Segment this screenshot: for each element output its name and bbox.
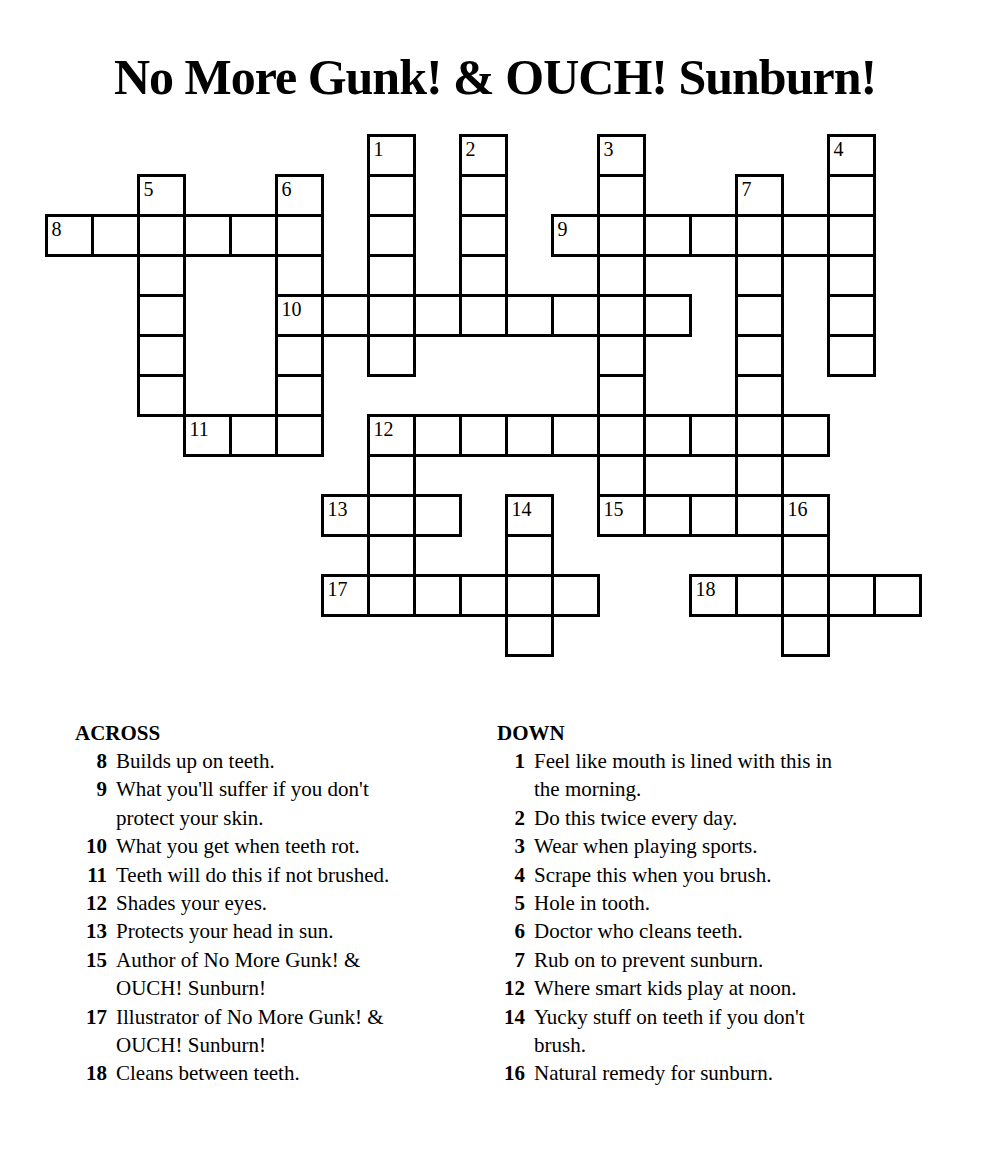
clue-across-18: 18Cleans between teeth. — [72, 1059, 389, 1087]
grid-cell[interactable] — [275, 374, 324, 417]
grid-cell[interactable] — [367, 174, 416, 217]
grid-cell[interactable] — [367, 574, 416, 617]
grid-cell[interactable] — [597, 214, 646, 257]
grid-cell[interactable] — [827, 334, 876, 377]
grid-cell[interactable] — [689, 214, 738, 257]
clue-number: 15 — [72, 946, 107, 974]
grid-cell[interactable] — [827, 574, 876, 617]
clue-down-6: 6Doctor who cleans teeth. — [490, 917, 832, 945]
grid-cell[interactable] — [91, 214, 140, 257]
clue-number: 11 — [72, 861, 107, 889]
grid-cell[interactable] — [459, 254, 508, 297]
clue-text: What you get when teeth rot. — [116, 832, 360, 860]
across-header: ACROSS — [75, 719, 389, 747]
grid-cell[interactable] — [137, 254, 186, 297]
clue-across-17: 17Illustrator of No More Gunk! & OUCH! S… — [72, 1003, 389, 1060]
clue-down-4: 4Scrape this when you brush. — [490, 861, 832, 889]
grid-cell[interactable] — [735, 414, 784, 457]
clue-number: 5 — [490, 889, 525, 917]
clue-number: 1 — [490, 747, 525, 775]
grid-cell[interactable] — [597, 174, 646, 217]
grid-cell[interactable] — [413, 574, 462, 617]
clue-number: 16 — [490, 1059, 525, 1087]
clue-text: What you'll suffer if you don't protect … — [116, 775, 369, 832]
grid-cell[interactable] — [827, 294, 876, 337]
grid-cell[interactable] — [689, 414, 738, 457]
clue-down-16: 16Natural remedy for sunburn. — [490, 1059, 832, 1087]
clue-across-11: 11Teeth will do this if not brushed. — [72, 861, 389, 889]
grid-cell[interactable] — [781, 534, 830, 577]
clue-number: 10 — [72, 832, 107, 860]
grid-cell[interactable] — [597, 454, 646, 497]
grid-cell[interactable] — [367, 454, 416, 497]
grid-cell[interactable] — [367, 534, 416, 577]
grid-cell[interactable] — [551, 414, 600, 457]
grid-cell[interactable] — [321, 294, 370, 337]
grid-cell[interactable] — [597, 254, 646, 297]
crossword-grid: 123456789101112131415161718 — [46, 135, 920, 655]
grid-cell-number: 2 — [466, 137, 476, 161]
grid-cell[interactable]: 17 — [321, 574, 370, 617]
clue-text: Hole in tooth. — [534, 889, 650, 917]
grid-cell-number: 7 — [742, 177, 752, 201]
grid-cell[interactable] — [137, 374, 186, 417]
clue-text: Protects your head in sun. — [116, 917, 334, 945]
grid-cell[interactable] — [459, 174, 508, 217]
grid-cell[interactable] — [459, 294, 508, 337]
grid-cell[interactable]: 12 — [367, 414, 416, 457]
clue-across-13: 13Protects your head in sun. — [72, 917, 389, 945]
puzzle-title: No More Gunk! & OUCH! Sunburn! — [0, 48, 990, 106]
grid-cell[interactable] — [735, 374, 784, 417]
grid-cell[interactable] — [275, 414, 324, 457]
across-list: 8Builds up on teeth.9What you'll suffer … — [72, 747, 389, 1088]
clue-text: Feel like mouth is lined with this in th… — [534, 747, 832, 804]
grid-cell-number: 18 — [696, 577, 716, 601]
clue-number: 9 — [72, 775, 107, 803]
clue-text: Builds up on teeth. — [116, 747, 275, 775]
grid-cell-number: 14 — [512, 497, 532, 521]
grid-cell[interactable] — [137, 214, 186, 257]
grid-cell-number: 1 — [374, 137, 384, 161]
grid-cell[interactable] — [367, 294, 416, 337]
grid-cell-number: 5 — [144, 177, 154, 201]
grid-cell[interactable] — [689, 494, 738, 537]
clue-down-12: 12Where smart kids play at noon. — [490, 974, 832, 1002]
down-header: DOWN — [497, 719, 832, 747]
grid-cell[interactable] — [137, 294, 186, 337]
grid-cell[interactable]: 14 — [505, 494, 554, 537]
crossword-page: No More Gunk! & OUCH! Sunburn! 123456789… — [0, 0, 990, 1175]
grid-cell[interactable] — [275, 334, 324, 377]
clue-number: 12 — [490, 974, 525, 1002]
grid-cell[interactable] — [735, 334, 784, 377]
grid-cell[interactable]: 15 — [597, 494, 646, 537]
grid-cell[interactable] — [735, 294, 784, 337]
grid-cell[interactable] — [459, 214, 508, 257]
grid-cell[interactable] — [459, 414, 508, 457]
grid-cell[interactable]: 8 — [45, 214, 94, 257]
grid-cell[interactable] — [735, 574, 784, 617]
grid-cell[interactable] — [183, 214, 232, 257]
grid-cell-number: 11 — [190, 417, 209, 441]
clue-text: Where smart kids play at noon. — [534, 974, 796, 1002]
grid-cell[interactable] — [367, 214, 416, 257]
grid-cell[interactable] — [781, 414, 830, 457]
grid-cell-number: 17 — [328, 577, 348, 601]
across-clues: ACROSS 8Builds up on teeth.9What you'll … — [72, 719, 389, 1088]
grid-cell[interactable] — [551, 294, 600, 337]
clue-text: Teeth will do this if not brushed. — [116, 861, 389, 889]
grid-cell[interactable] — [735, 214, 784, 257]
grid-cell[interactable] — [597, 374, 646, 417]
down-list: 1Feel like mouth is lined with this in t… — [490, 747, 832, 1088]
grid-cell[interactable]: 16 — [781, 494, 830, 537]
grid-cell[interactable] — [597, 414, 646, 457]
clue-across-12: 12Shades your eyes. — [72, 889, 389, 917]
clue-text: Cleans between teeth. — [116, 1059, 300, 1087]
grid-cell-number: 4 — [834, 137, 844, 161]
grid-cell[interactable] — [551, 574, 600, 617]
grid-cell[interactable] — [505, 294, 554, 337]
grid-cell[interactable] — [367, 494, 416, 537]
grid-cell[interactable] — [643, 214, 692, 257]
grid-cell[interactable] — [781, 614, 830, 657]
grid-cell[interactable]: 9 — [551, 214, 600, 257]
clue-text: Doctor who cleans teeth. — [534, 917, 743, 945]
clue-number: 3 — [490, 832, 525, 860]
grid-cell-number: 9 — [558, 217, 568, 241]
clue-down-1: 1Feel like mouth is lined with this in t… — [490, 747, 832, 804]
grid-cell-number: 3 — [604, 137, 614, 161]
grid-cell[interactable] — [827, 254, 876, 297]
grid-cell[interactable] — [827, 214, 876, 257]
grid-cell[interactable] — [505, 574, 554, 617]
grid-cell[interactable] — [229, 414, 278, 457]
clue-number: 14 — [490, 1003, 525, 1031]
grid-cell[interactable]: 2 — [459, 134, 508, 177]
clue-number: 2 — [490, 804, 525, 832]
clue-down-14: 14Yucky stuff on teeth if you don't brus… — [490, 1003, 832, 1060]
clue-across-9: 9What you'll suffer if you don't protect… — [72, 775, 389, 832]
clue-number: 17 — [72, 1003, 107, 1031]
clue-number: 13 — [72, 917, 107, 945]
clue-text: Yucky stuff on teeth if you don't brush. — [534, 1003, 805, 1060]
grid-cell[interactable] — [781, 574, 830, 617]
grid-cell[interactable] — [643, 294, 692, 337]
clue-text: Illustrator of No More Gunk! & OUCH! Sun… — [116, 1003, 384, 1060]
clue-down-7: 7Rub on to prevent sunburn. — [490, 946, 832, 974]
clue-text: Author of No More Gunk! & OUCH! Sunburn! — [116, 946, 360, 1003]
clue-text: Natural remedy for sunburn. — [534, 1059, 773, 1087]
grid-cell[interactable]: 11 — [183, 414, 232, 457]
grid-cell-number: 6 — [282, 177, 292, 201]
grid-cell[interactable]: 5 — [137, 174, 186, 217]
grid-cell[interactable] — [367, 254, 416, 297]
grid-cell[interactable] — [413, 414, 462, 457]
grid-cell[interactable] — [735, 494, 784, 537]
grid-cell[interactable] — [597, 294, 646, 337]
grid-cell[interactable]: 6 — [275, 174, 324, 217]
grid-cell[interactable]: 1 — [367, 134, 416, 177]
grid-cell-number: 13 — [328, 497, 348, 521]
clue-text: Scrape this when you brush. — [534, 861, 771, 889]
clue-text: Rub on to prevent sunburn. — [534, 946, 763, 974]
grid-cell[interactable]: 3 — [597, 134, 646, 177]
clue-number: 4 — [490, 861, 525, 889]
clue-down-5: 5Hole in tooth. — [490, 889, 832, 917]
grid-cell[interactable] — [413, 294, 462, 337]
grid-cell[interactable] — [827, 174, 876, 217]
clue-across-15: 15Author of No More Gunk! & OUCH! Sunbur… — [72, 946, 389, 1003]
down-clues: DOWN 1Feel like mouth is lined with this… — [490, 719, 832, 1088]
grid-cell[interactable] — [873, 574, 922, 617]
grid-cell[interactable] — [413, 494, 462, 537]
clue-text: Shades your eyes. — [116, 889, 267, 917]
grid-cell-number: 8 — [52, 217, 62, 241]
clue-number: 8 — [72, 747, 107, 775]
grid-cell[interactable] — [781, 214, 830, 257]
clue-down-3: 3Wear when playing sports. — [490, 832, 832, 860]
clue-across-10: 10What you get when teeth rot. — [72, 832, 389, 860]
clue-number: 7 — [490, 946, 525, 974]
grid-cell-number: 16 — [788, 497, 808, 521]
grid-cell[interactable] — [229, 214, 278, 257]
grid-cell[interactable] — [275, 254, 324, 297]
grid-cell-number: 10 — [282, 297, 302, 321]
clue-across-8: 8Builds up on teeth. — [72, 747, 389, 775]
grid-cell[interactable] — [735, 454, 784, 497]
grid-cell[interactable] — [459, 574, 508, 617]
clue-number: 18 — [72, 1059, 107, 1087]
grid-cell[interactable] — [735, 254, 784, 297]
clue-number: 12 — [72, 889, 107, 917]
clue-number: 6 — [490, 917, 525, 945]
grid-cell[interactable]: 13 — [321, 494, 370, 537]
grid-cell-number: 12 — [374, 417, 394, 441]
grid-cell[interactable] — [367, 334, 416, 377]
grid-cell-number: 15 — [604, 497, 624, 521]
grid-cell[interactable] — [505, 414, 554, 457]
grid-cell[interactable] — [597, 334, 646, 377]
clue-text: Wear when playing sports. — [534, 832, 757, 860]
grid-cell[interactable] — [275, 214, 324, 257]
grid-cell[interactable] — [505, 614, 554, 657]
grid-cell[interactable] — [137, 334, 186, 377]
grid-cell[interactable] — [643, 414, 692, 457]
grid-cell[interactable]: 4 — [827, 134, 876, 177]
grid-cell[interactable]: 7 — [735, 174, 784, 217]
grid-cell[interactable]: 18 — [689, 574, 738, 617]
clue-text: Do this twice every day. — [534, 804, 737, 832]
grid-cell[interactable] — [643, 494, 692, 537]
grid-cell[interactable]: 10 — [275, 294, 324, 337]
grid-cell[interactable] — [505, 534, 554, 577]
clue-down-2: 2Do this twice every day. — [490, 804, 832, 832]
